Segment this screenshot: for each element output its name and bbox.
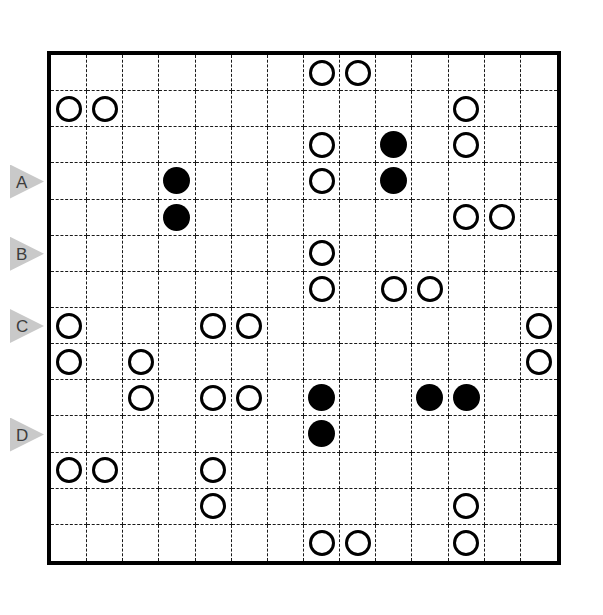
cell-r5c14[interactable] [521, 200, 557, 236]
cell-r3c6[interactable] [232, 127, 268, 163]
cell-r1c13[interactable] [485, 55, 521, 91]
cell-r6c10[interactable] [376, 236, 412, 272]
cell-r2c10[interactable] [376, 91, 412, 127]
cell-r10c3[interactable] [123, 380, 159, 416]
cell-r14c8[interactable] [304, 525, 340, 561]
black-pearl-r11c8 [308, 420, 335, 447]
cell-r12c14[interactable] [521, 453, 557, 489]
cell-r4c13[interactable] [485, 163, 521, 199]
cell-r14c2[interactable] [87, 525, 123, 561]
cell-r8c14[interactable] [521, 308, 557, 344]
cell-r11c1[interactable] [51, 416, 87, 452]
cell-r1c6[interactable] [232, 55, 268, 91]
white-pearl-r8c6 [236, 313, 262, 339]
cell-r3c7[interactable] [268, 127, 304, 163]
cell-r2c6[interactable] [232, 91, 268, 127]
cell-r8c12[interactable] [449, 308, 485, 344]
cell-r6c11[interactable] [412, 236, 448, 272]
cell-r4c6[interactable] [232, 163, 268, 199]
cell-r13c1[interactable] [51, 489, 87, 525]
cell-r14c14[interactable] [521, 525, 557, 561]
cell-r13c8[interactable] [304, 489, 340, 525]
cell-r5c3[interactable] [123, 200, 159, 236]
cell-r5c7[interactable] [268, 200, 304, 236]
white-pearl-r10c5 [200, 385, 226, 411]
cell-r8c6[interactable] [232, 308, 268, 344]
cell-r1c2[interactable] [87, 55, 123, 91]
cell-r4c14[interactable] [521, 163, 557, 199]
cell-r2c4[interactable] [159, 91, 195, 127]
cell-r7c4[interactable] [159, 272, 195, 308]
cell-r11c3[interactable] [123, 416, 159, 452]
white-pearl-r12c1 [56, 457, 82, 483]
cell-r2c2[interactable] [87, 91, 123, 127]
cell-r12c12[interactable] [449, 453, 485, 489]
white-pearl-r9c1 [56, 349, 82, 375]
cell-r12c3[interactable] [123, 453, 159, 489]
cell-r4c10[interactable] [376, 163, 412, 199]
cell-r9c1[interactable] [51, 344, 87, 380]
cell-r14c3[interactable] [123, 525, 159, 561]
white-pearl-r10c6 [236, 385, 262, 411]
cell-r13c4[interactable] [159, 489, 195, 525]
cell-r10c1[interactable] [51, 380, 87, 416]
cell-r8c8[interactable] [304, 308, 340, 344]
white-pearl-r2c12 [453, 96, 479, 122]
cell-r14c5[interactable] [196, 525, 232, 561]
white-pearl-r7c10 [381, 276, 407, 302]
cell-r11c6[interactable] [232, 416, 268, 452]
cell-r14c4[interactable] [159, 525, 195, 561]
cell-r1c3[interactable] [123, 55, 159, 91]
cell-r9c13[interactable] [485, 344, 521, 380]
white-pearl-r12c5 [200, 457, 226, 483]
cell-r10c4[interactable] [159, 380, 195, 416]
cell-r7c14[interactable] [521, 272, 557, 308]
cell-r3c1[interactable] [51, 127, 87, 163]
cell-r8c1[interactable] [51, 308, 87, 344]
cell-r13c3[interactable] [123, 489, 159, 525]
cell-r1c8[interactable] [304, 55, 340, 91]
cell-r12c5[interactable] [196, 453, 232, 489]
cell-r4c5[interactable] [196, 163, 232, 199]
cell-r9c3[interactable] [123, 344, 159, 380]
cell-r2c1[interactable] [51, 91, 87, 127]
cell-r2c8[interactable] [304, 91, 340, 127]
cell-r14c6[interactable] [232, 525, 268, 561]
cell-r10c9[interactable] [340, 380, 376, 416]
white-pearl-r14c8 [309, 530, 335, 556]
cell-r7c13[interactable] [485, 272, 521, 308]
cell-r7c3[interactable] [123, 272, 159, 308]
cell-r13c10[interactable] [376, 489, 412, 525]
cell-r5c4[interactable] [159, 200, 195, 236]
cell-r12c1[interactable] [51, 453, 87, 489]
cell-r11c10[interactable] [376, 416, 412, 452]
cell-r12c4[interactable] [159, 453, 195, 489]
cell-r10c13[interactable] [485, 380, 521, 416]
white-pearl-r2c2 [92, 96, 118, 122]
cell-r6c8[interactable] [304, 236, 340, 272]
cell-r12c10[interactable] [376, 453, 412, 489]
cell-r12c2[interactable] [87, 453, 123, 489]
cell-r1c1[interactable] [51, 55, 87, 91]
cell-r4c9[interactable] [340, 163, 376, 199]
cell-r9c4[interactable] [159, 344, 195, 380]
row-marker-D: D [10, 418, 44, 452]
cell-r4c7[interactable] [268, 163, 304, 199]
cell-r8c13[interactable] [485, 308, 521, 344]
cell-r4c2[interactable] [87, 163, 123, 199]
cell-r14c12[interactable] [449, 525, 485, 561]
cell-r3c2[interactable] [87, 127, 123, 163]
cell-r8c10[interactable] [376, 308, 412, 344]
cell-r7c5[interactable] [196, 272, 232, 308]
cell-r5c1[interactable] [51, 200, 87, 236]
cell-r4c1[interactable] [51, 163, 87, 199]
cell-r4c4[interactable] [159, 163, 195, 199]
black-pearl-r4c4 [163, 167, 190, 194]
white-pearl-r5c13 [489, 204, 515, 230]
cell-r7c10[interactable] [376, 272, 412, 308]
row-marker-label: D [16, 426, 28, 443]
cell-r13c7[interactable] [268, 489, 304, 525]
cell-r14c7[interactable] [268, 525, 304, 561]
row-marker-C: C [10, 309, 44, 343]
cell-r9c6[interactable] [232, 344, 268, 380]
white-pearl-r10c3 [128, 385, 154, 411]
cell-r7c7[interactable] [268, 272, 304, 308]
cell-r6c14[interactable] [521, 236, 557, 272]
cell-r2c9[interactable] [340, 91, 376, 127]
cell-r13c2[interactable] [87, 489, 123, 525]
cell-r5c8[interactable] [304, 200, 340, 236]
cell-r13c11[interactable] [412, 489, 448, 525]
row-marker-label: A [16, 173, 27, 190]
cell-r1c4[interactable] [159, 55, 195, 91]
cell-r11c2[interactable] [87, 416, 123, 452]
cell-r7c1[interactable] [51, 272, 87, 308]
cell-r12c6[interactable] [232, 453, 268, 489]
cell-r5c9[interactable] [340, 200, 376, 236]
black-pearl-r10c12 [453, 384, 480, 411]
white-pearl-r12c2 [92, 457, 118, 483]
cell-r1c7[interactable] [268, 55, 304, 91]
cell-r6c7[interactable] [268, 236, 304, 272]
cell-r9c12[interactable] [449, 344, 485, 380]
cell-r13c13[interactable] [485, 489, 521, 525]
cell-r3c13[interactable] [485, 127, 521, 163]
cell-r10c8[interactable] [304, 380, 340, 416]
cell-r8c5[interactable] [196, 308, 232, 344]
cell-r9c11[interactable] [412, 344, 448, 380]
white-pearl-r1c8 [309, 60, 335, 86]
cell-r7c8[interactable] [304, 272, 340, 308]
cell-r8c9[interactable] [340, 308, 376, 344]
white-pearl-r9c3 [128, 349, 154, 375]
cell-r9c8[interactable] [304, 344, 340, 380]
cell-r5c5[interactable] [196, 200, 232, 236]
cell-r7c2[interactable] [87, 272, 123, 308]
cell-r14c11[interactable] [412, 525, 448, 561]
cell-r3c14[interactable] [521, 127, 557, 163]
cell-r1c10[interactable] [376, 55, 412, 91]
cell-r6c9[interactable] [340, 236, 376, 272]
cell-r7c9[interactable] [340, 272, 376, 308]
cell-r4c12[interactable] [449, 163, 485, 199]
cell-r6c4[interactable] [159, 236, 195, 272]
cell-r10c11[interactable] [412, 380, 448, 416]
cell-r12c7[interactable] [268, 453, 304, 489]
cell-r3c3[interactable] [123, 127, 159, 163]
cell-r6c13[interactable] [485, 236, 521, 272]
cell-r13c12[interactable] [449, 489, 485, 525]
cell-r8c3[interactable] [123, 308, 159, 344]
cell-r14c13[interactable] [485, 525, 521, 561]
black-pearl-r10c11 [416, 384, 443, 411]
cell-r6c5[interactable] [196, 236, 232, 272]
cell-r13c9[interactable] [340, 489, 376, 525]
cell-r9c5[interactable] [196, 344, 232, 380]
cell-r11c7[interactable] [268, 416, 304, 452]
white-pearl-r6c8 [309, 240, 335, 266]
cell-r6c2[interactable] [87, 236, 123, 272]
black-pearl-r10c8 [308, 384, 335, 411]
cell-r5c12[interactable] [449, 200, 485, 236]
white-pearl-r9c14 [526, 349, 552, 375]
cell-r14c10[interactable] [376, 525, 412, 561]
black-pearl-r5c4 [163, 204, 190, 231]
cell-r11c8[interactable] [304, 416, 340, 452]
cell-r6c12[interactable] [449, 236, 485, 272]
row-marker-A: A [10, 165, 44, 199]
cell-r3c12[interactable] [449, 127, 485, 163]
cell-r5c6[interactable] [232, 200, 268, 236]
cell-r11c14[interactable] [521, 416, 557, 452]
masyu-board [47, 51, 561, 565]
cell-r7c12[interactable] [449, 272, 485, 308]
cell-r5c11[interactable] [412, 200, 448, 236]
white-pearl-r13c5 [200, 493, 226, 519]
cell-r7c6[interactable] [232, 272, 268, 308]
cell-r2c5[interactable] [196, 91, 232, 127]
cell-r9c9[interactable] [340, 344, 376, 380]
row-marker-label: C [16, 318, 28, 335]
cell-r3c5[interactable] [196, 127, 232, 163]
cell-r3c4[interactable] [159, 127, 195, 163]
white-pearl-r1c9 [345, 60, 371, 86]
cell-r3c8[interactable] [304, 127, 340, 163]
cell-r4c8[interactable] [304, 163, 340, 199]
cell-r8c11[interactable] [412, 308, 448, 344]
white-pearl-r2c1 [56, 96, 82, 122]
cell-r10c5[interactable] [196, 380, 232, 416]
cell-r6c6[interactable] [232, 236, 268, 272]
cell-r12c8[interactable] [304, 453, 340, 489]
cell-r13c5[interactable] [196, 489, 232, 525]
cell-r11c11[interactable] [412, 416, 448, 452]
cell-r14c1[interactable] [51, 525, 87, 561]
cell-r2c11[interactable] [412, 91, 448, 127]
cell-r12c11[interactable] [412, 453, 448, 489]
cell-r1c11[interactable] [412, 55, 448, 91]
masyu-puzzle-page: ABCD [0, 0, 603, 615]
cell-r7c11[interactable] [412, 272, 448, 308]
row-marker-B: B [10, 237, 44, 271]
white-pearl-r14c9 [345, 530, 371, 556]
cell-r8c4[interactable] [159, 308, 195, 344]
cell-r1c5[interactable] [196, 55, 232, 91]
black-pearl-r3c10 [380, 131, 407, 158]
cell-r10c14[interactable] [521, 380, 557, 416]
cell-r5c10[interactable] [376, 200, 412, 236]
cell-r2c13[interactable] [485, 91, 521, 127]
cell-r6c3[interactable] [123, 236, 159, 272]
cell-r3c11[interactable] [412, 127, 448, 163]
cell-r10c2[interactable] [87, 380, 123, 416]
white-pearl-r3c12 [453, 132, 479, 158]
cell-r4c11[interactable] [412, 163, 448, 199]
white-pearl-r8c14 [526, 313, 552, 339]
cell-r8c2[interactable] [87, 308, 123, 344]
cell-r11c9[interactable] [340, 416, 376, 452]
cell-r3c9[interactable] [340, 127, 376, 163]
cell-r1c14[interactable] [521, 55, 557, 91]
cell-r9c14[interactable] [521, 344, 557, 380]
white-pearl-r7c11 [417, 276, 443, 302]
cell-r10c6[interactable] [232, 380, 268, 416]
cell-r13c14[interactable] [521, 489, 557, 525]
cell-r4c3[interactable] [123, 163, 159, 199]
cell-r8c7[interactable] [268, 308, 304, 344]
cell-r10c12[interactable] [449, 380, 485, 416]
white-pearl-r8c1 [56, 313, 82, 339]
cell-r2c14[interactable] [521, 91, 557, 127]
white-pearl-r3c8 [309, 132, 335, 158]
white-pearl-r5c12 [453, 204, 479, 230]
cell-r2c12[interactable] [449, 91, 485, 127]
cell-r5c2[interactable] [87, 200, 123, 236]
cell-r5c13[interactable] [485, 200, 521, 236]
white-pearl-r4c8 [309, 168, 335, 194]
cell-r12c9[interactable] [340, 453, 376, 489]
row-marker-label: B [16, 245, 27, 262]
cell-r9c2[interactable] [87, 344, 123, 380]
cell-r11c13[interactable] [485, 416, 521, 452]
cell-r13c6[interactable] [232, 489, 268, 525]
white-pearl-r14c12 [453, 530, 479, 556]
cell-r2c3[interactable] [123, 91, 159, 127]
white-pearl-r13c12 [453, 493, 479, 519]
cell-r9c7[interactable] [268, 344, 304, 380]
black-pearl-r4c10 [380, 167, 407, 194]
cell-r11c4[interactable] [159, 416, 195, 452]
cell-r12c13[interactable] [485, 453, 521, 489]
white-pearl-r8c5 [200, 313, 226, 339]
cell-r3c10[interactable] [376, 127, 412, 163]
cell-r2c7[interactable] [268, 91, 304, 127]
cell-r9c10[interactable] [376, 344, 412, 380]
cell-r10c7[interactable] [268, 380, 304, 416]
white-pearl-r7c8 [309, 276, 335, 302]
cell-r10c10[interactable] [376, 380, 412, 416]
cell-r6c1[interactable] [51, 236, 87, 272]
cell-r1c12[interactable] [449, 55, 485, 91]
cell-r1c9[interactable] [340, 55, 376, 91]
cell-r14c9[interactable] [340, 525, 376, 561]
cell-r11c12[interactable] [449, 416, 485, 452]
cell-r11c5[interactable] [196, 416, 232, 452]
